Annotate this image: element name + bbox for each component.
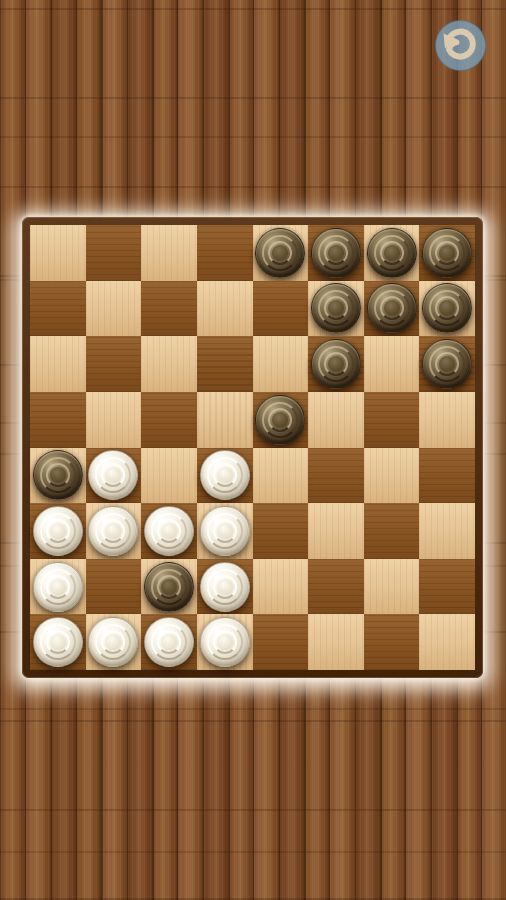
piece-core	[161, 579, 177, 595]
piece-core	[50, 523, 66, 539]
undo-button[interactable]	[434, 19, 487, 72]
square-h8[interactable]	[419, 225, 475, 281]
square-a7[interactable]	[30, 281, 86, 337]
light-piece-d3[interactable]	[200, 506, 250, 556]
square-h3[interactable]	[419, 503, 475, 559]
board-frame	[22, 217, 483, 678]
dark-piece-a4[interactable]	[33, 450, 83, 500]
square-g1[interactable]	[364, 614, 420, 670]
square-g4[interactable]	[364, 448, 420, 504]
square-e5[interactable]	[253, 392, 309, 448]
square-a1[interactable]	[30, 614, 86, 670]
square-g6[interactable]	[364, 336, 420, 392]
square-c7[interactable]	[141, 281, 197, 337]
square-c8[interactable]	[141, 225, 197, 281]
square-a2[interactable]	[30, 559, 86, 615]
square-d8[interactable]	[197, 225, 253, 281]
square-c2[interactable]	[141, 559, 197, 615]
square-g5[interactable]	[364, 392, 420, 448]
light-piece-a2[interactable]	[33, 562, 83, 612]
square-b4[interactable]	[86, 448, 142, 504]
square-b1[interactable]	[86, 614, 142, 670]
square-h6[interactable]	[419, 336, 475, 392]
square-e8[interactable]	[253, 225, 309, 281]
square-c1[interactable]	[141, 614, 197, 670]
light-piece-b3[interactable]	[88, 506, 138, 556]
square-g3[interactable]	[364, 503, 420, 559]
light-piece-a3[interactable]	[33, 506, 83, 556]
piece-core	[272, 412, 288, 428]
square-e2[interactable]	[253, 559, 309, 615]
square-e3[interactable]	[253, 503, 309, 559]
square-g8[interactable]	[364, 225, 420, 281]
piece-core	[217, 634, 233, 650]
dark-piece-e5[interactable]	[255, 395, 305, 445]
square-b8[interactable]	[86, 225, 142, 281]
square-h2[interactable]	[419, 559, 475, 615]
dark-piece-h8[interactable]	[422, 228, 472, 278]
piece-core	[328, 356, 344, 372]
dark-piece-h6[interactable]	[422, 339, 472, 389]
dark-piece-e8[interactable]	[255, 228, 305, 278]
square-b5[interactable]	[86, 392, 142, 448]
square-a3[interactable]	[30, 503, 86, 559]
light-piece-a1[interactable]	[33, 617, 83, 667]
dark-piece-g8[interactable]	[367, 228, 417, 278]
square-e6[interactable]	[253, 336, 309, 392]
square-g2[interactable]	[364, 559, 420, 615]
dark-piece-c2[interactable]	[144, 562, 194, 612]
square-f6[interactable]	[308, 336, 364, 392]
square-c5[interactable]	[141, 392, 197, 448]
square-a8[interactable]	[30, 225, 86, 281]
light-piece-d4[interactable]	[200, 450, 250, 500]
square-d7[interactable]	[197, 281, 253, 337]
undo-icon	[434, 19, 487, 72]
square-a6[interactable]	[30, 336, 86, 392]
light-piece-b1[interactable]	[88, 617, 138, 667]
square-e7[interactable]	[253, 281, 309, 337]
dark-piece-f8[interactable]	[311, 228, 361, 278]
checkers-board	[30, 225, 475, 670]
square-f1[interactable]	[308, 614, 364, 670]
square-h5[interactable]	[419, 392, 475, 448]
square-f7[interactable]	[308, 281, 364, 337]
square-f8[interactable]	[308, 225, 364, 281]
square-d3[interactable]	[197, 503, 253, 559]
piece-core	[217, 523, 233, 539]
square-c6[interactable]	[141, 336, 197, 392]
light-piece-c3[interactable]	[144, 506, 194, 556]
piece-core	[328, 245, 344, 261]
square-d2[interactable]	[197, 559, 253, 615]
square-h7[interactable]	[419, 281, 475, 337]
piece-core	[439, 245, 455, 261]
square-b2[interactable]	[86, 559, 142, 615]
square-e1[interactable]	[253, 614, 309, 670]
square-b6[interactable]	[86, 336, 142, 392]
square-a4[interactable]	[30, 448, 86, 504]
square-b7[interactable]	[86, 281, 142, 337]
piece-core	[384, 300, 400, 316]
square-c4[interactable]	[141, 448, 197, 504]
square-b3[interactable]	[86, 503, 142, 559]
dark-piece-f6[interactable]	[311, 339, 361, 389]
square-h1[interactable]	[419, 614, 475, 670]
square-a5[interactable]	[30, 392, 86, 448]
square-f5[interactable]	[308, 392, 364, 448]
light-piece-d1[interactable]	[200, 617, 250, 667]
piece-core	[161, 523, 177, 539]
dark-piece-g7[interactable]	[367, 283, 417, 333]
square-d5[interactable]	[197, 392, 253, 448]
square-f4[interactable]	[308, 448, 364, 504]
piece-core	[50, 579, 66, 595]
piece-core	[217, 579, 233, 595]
square-c3[interactable]	[141, 503, 197, 559]
square-d6[interactable]	[197, 336, 253, 392]
square-d1[interactable]	[197, 614, 253, 670]
piece-core	[384, 245, 400, 261]
square-f3[interactable]	[308, 503, 364, 559]
dark-piece-f7[interactable]	[311, 283, 361, 333]
piece-core	[50, 634, 66, 650]
square-f2[interactable]	[308, 559, 364, 615]
square-g7[interactable]	[364, 281, 420, 337]
dark-piece-h7[interactable]	[422, 283, 472, 333]
piece-core	[217, 467, 233, 483]
square-d4[interactable]	[197, 448, 253, 504]
light-piece-b4[interactable]	[88, 450, 138, 500]
light-piece-d2[interactable]	[200, 562, 250, 612]
square-h4[interactable]	[419, 448, 475, 504]
light-piece-c1[interactable]	[144, 617, 194, 667]
square-e4[interactable]	[253, 448, 309, 504]
